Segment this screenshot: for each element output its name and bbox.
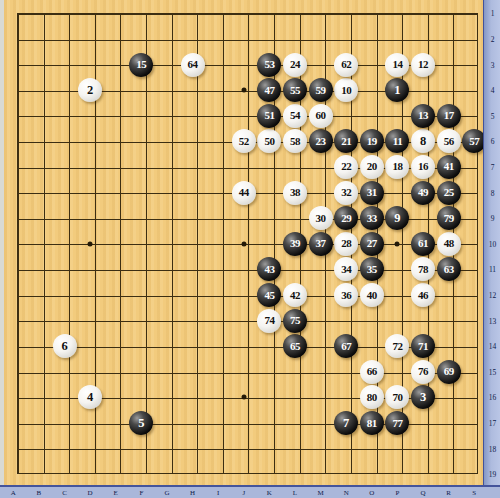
stone-white-16: 16 <box>411 155 435 179</box>
stone-black-15: 15 <box>129 53 153 77</box>
col-label-S: S <box>467 489 481 497</box>
col-label-L: L <box>288 489 302 497</box>
stone-white-76: 76 <box>411 360 435 384</box>
stone-black-51: 51 <box>257 104 281 128</box>
stone-white-52: 52 <box>232 129 256 153</box>
stone-black-25: 25 <box>437 181 461 205</box>
row-label-17: 17 <box>484 419 500 428</box>
move-number: 55 <box>290 85 300 96</box>
stone-white-72: 72 <box>385 334 409 358</box>
col-label-H: H <box>186 489 200 497</box>
stone-black-19: 19 <box>360 129 384 153</box>
row-label-18: 18 <box>484 444 500 453</box>
stone-black-29: 29 <box>334 206 358 230</box>
move-number: 15 <box>136 59 146 70</box>
go-kifu-diagram: 1234567891011121314151617181920212223242… <box>0 0 500 498</box>
move-number: 23 <box>316 136 326 147</box>
stone-white-24: 24 <box>283 53 307 77</box>
stone-white-4: 4 <box>78 385 102 409</box>
move-number: 65 <box>290 341 300 352</box>
stone-white-30: 30 <box>309 206 333 230</box>
move-number: 77 <box>392 418 402 429</box>
col-label-C: C <box>58 489 72 497</box>
stone-black-5: 5 <box>129 411 153 435</box>
col-label-G: G <box>160 489 174 497</box>
stone-black-9: 9 <box>385 206 409 230</box>
move-number: 60 <box>316 110 326 121</box>
stone-black-61: 61 <box>411 232 435 256</box>
col-label-Q: Q <box>416 489 430 497</box>
move-number: 36 <box>341 290 351 301</box>
move-number: 19 <box>367 136 377 147</box>
move-number: 28 <box>341 238 351 249</box>
row-label-3: 3 <box>484 60 500 69</box>
move-number: 12 <box>418 59 428 70</box>
col-label-K: K <box>262 489 276 497</box>
stone-black-31: 31 <box>360 181 384 205</box>
move-number: 50 <box>264 136 274 147</box>
stone-white-70: 70 <box>385 385 409 409</box>
stone-black-59: 59 <box>309 78 333 102</box>
stone-white-28: 28 <box>334 232 358 256</box>
stone-white-42: 42 <box>283 283 307 307</box>
row-label-4: 4 <box>484 86 500 95</box>
col-label-P: P <box>390 489 404 497</box>
move-number: 16 <box>418 161 428 172</box>
move-number: 2 <box>87 84 93 97</box>
move-number: 70 <box>392 392 402 403</box>
move-number: 13 <box>418 110 428 121</box>
stone-white-6: 6 <box>53 334 77 358</box>
stone-white-32: 32 <box>334 181 358 205</box>
move-number: 67 <box>341 341 351 352</box>
stone-white-62: 62 <box>334 53 358 77</box>
stone-white-34: 34 <box>334 257 358 281</box>
stone-white-2: 2 <box>78 78 102 102</box>
stone-black-35: 35 <box>360 257 384 281</box>
move-number: 9 <box>394 212 400 225</box>
move-number: 29 <box>341 213 351 224</box>
stone-black-43: 43 <box>257 257 281 281</box>
move-number: 62 <box>341 59 351 70</box>
move-number: 39 <box>290 238 300 249</box>
stone-white-64: 64 <box>181 53 205 77</box>
move-number: 57 <box>469 136 479 147</box>
move-number: 78 <box>418 264 428 275</box>
col-label-N: N <box>339 489 353 497</box>
stone-white-40: 40 <box>360 283 384 307</box>
stone-black-3: 3 <box>411 385 435 409</box>
col-label-O: O <box>365 489 379 497</box>
stone-black-39: 39 <box>283 232 307 256</box>
row-coordinate-strip: 12345678910111213141516171819 <box>483 0 500 498</box>
move-number: 24 <box>290 59 300 70</box>
stone-white-60: 60 <box>309 104 333 128</box>
stone-white-44: 44 <box>232 181 256 205</box>
move-number: 74 <box>264 315 274 326</box>
stone-black-63: 63 <box>437 257 461 281</box>
move-number: 38 <box>290 187 300 198</box>
move-number: 63 <box>444 264 454 275</box>
move-number: 4 <box>87 391 93 404</box>
move-number: 27 <box>367 238 377 249</box>
row-label-7: 7 <box>484 162 500 171</box>
move-number: 34 <box>341 264 351 275</box>
stone-black-7: 7 <box>334 411 358 435</box>
col-label-M: M <box>314 489 328 497</box>
stone-black-65: 65 <box>283 334 307 358</box>
move-number: 14 <box>392 59 402 70</box>
stones-layer: 1234567891011121314151617181920212223242… <box>1 1 488 488</box>
stone-white-48: 48 <box>437 232 461 256</box>
move-number: 32 <box>341 187 351 198</box>
move-number: 20 <box>367 161 377 172</box>
row-label-6: 6 <box>484 137 500 146</box>
move-number: 43 <box>264 264 274 275</box>
stone-white-8: 8 <box>411 129 435 153</box>
stone-white-50: 50 <box>257 129 281 153</box>
stone-white-18: 18 <box>385 155 409 179</box>
move-number: 56 <box>444 136 454 147</box>
stone-black-55: 55 <box>283 78 307 102</box>
row-label-11: 11 <box>484 265 500 274</box>
move-number: 46 <box>418 290 428 301</box>
col-label-D: D <box>83 489 97 497</box>
move-number: 59 <box>316 85 326 96</box>
stone-black-1: 1 <box>385 78 409 102</box>
col-label-I: I <box>211 489 225 497</box>
move-number: 37 <box>316 238 326 249</box>
move-number: 53 <box>264 59 274 70</box>
move-number: 76 <box>418 366 428 377</box>
row-label-13: 13 <box>484 316 500 325</box>
move-number: 30 <box>316 213 326 224</box>
move-number: 48 <box>444 238 454 249</box>
stone-white-66: 66 <box>360 360 384 384</box>
move-number: 64 <box>188 59 198 70</box>
move-number: 7 <box>343 417 349 430</box>
stone-white-78: 78 <box>411 257 435 281</box>
row-label-9: 9 <box>484 214 500 223</box>
stone-white-20: 20 <box>360 155 384 179</box>
move-number: 5 <box>138 417 144 430</box>
move-number: 6 <box>61 340 67 353</box>
move-number: 18 <box>392 161 402 172</box>
stone-black-41: 41 <box>437 155 461 179</box>
stone-black-53: 53 <box>257 53 281 77</box>
move-number: 66 <box>367 366 377 377</box>
col-label-R: R <box>442 489 456 497</box>
stone-black-67: 67 <box>334 334 358 358</box>
stone-black-11: 11 <box>385 129 409 153</box>
move-number: 45 <box>264 290 274 301</box>
move-number: 61 <box>418 238 428 249</box>
move-number: 42 <box>290 290 300 301</box>
stone-black-37: 37 <box>309 232 333 256</box>
stone-white-46: 46 <box>411 283 435 307</box>
stone-white-14: 14 <box>385 53 409 77</box>
stone-white-12: 12 <box>411 53 435 77</box>
stone-black-47: 47 <box>257 78 281 102</box>
move-number: 80 <box>367 392 377 403</box>
row-label-15: 15 <box>484 367 500 376</box>
stone-black-27: 27 <box>360 232 384 256</box>
stone-black-13: 13 <box>411 104 435 128</box>
stone-white-58: 58 <box>283 129 307 153</box>
move-number: 40 <box>367 290 377 301</box>
col-label-E: E <box>109 489 123 497</box>
stone-black-71: 71 <box>411 334 435 358</box>
stone-black-17: 17 <box>437 104 461 128</box>
col-label-J: J <box>237 489 251 497</box>
move-number: 51 <box>264 110 274 121</box>
col-label-B: B <box>32 489 46 497</box>
col-label-F: F <box>134 489 148 497</box>
stone-black-21: 21 <box>334 129 358 153</box>
move-number: 33 <box>367 213 377 224</box>
move-number: 52 <box>239 136 249 147</box>
move-number: 22 <box>341 161 351 172</box>
move-number: 54 <box>290 110 300 121</box>
move-number: 69 <box>444 366 454 377</box>
stone-white-54: 54 <box>283 104 307 128</box>
move-number: 3 <box>420 391 426 404</box>
stone-white-38: 38 <box>283 181 307 205</box>
stone-black-45: 45 <box>257 283 281 307</box>
row-label-5: 5 <box>484 111 500 120</box>
stone-black-33: 33 <box>360 206 384 230</box>
stone-black-49: 49 <box>411 181 435 205</box>
stone-black-77: 77 <box>385 411 409 435</box>
move-number: 79 <box>444 213 454 224</box>
stone-black-79: 79 <box>437 206 461 230</box>
stone-black-23: 23 <box>309 129 333 153</box>
move-number: 11 <box>393 136 402 147</box>
move-number: 44 <box>239 187 249 198</box>
move-number: 1 <box>394 84 400 97</box>
move-number: 71 <box>418 341 428 352</box>
row-label-1: 1 <box>484 9 500 18</box>
stone-white-22: 22 <box>334 155 358 179</box>
row-label-14: 14 <box>484 342 500 351</box>
move-number: 31 <box>367 187 377 198</box>
stone-black-69: 69 <box>437 360 461 384</box>
move-number: 10 <box>341 85 351 96</box>
row-label-10: 10 <box>484 239 500 248</box>
move-number: 72 <box>392 341 402 352</box>
column-coordinate-strip: ABCDEFGHIJKLMNOPQRS <box>0 485 500 498</box>
row-label-19: 19 <box>484 470 500 479</box>
move-number: 58 <box>290 136 300 147</box>
move-number: 47 <box>264 85 274 96</box>
stone-black-81: 81 <box>360 411 384 435</box>
move-number: 75 <box>290 315 300 326</box>
move-number: 21 <box>341 136 351 147</box>
move-number: 41 <box>444 161 454 172</box>
row-label-12: 12 <box>484 291 500 300</box>
row-label-8: 8 <box>484 188 500 197</box>
move-number: 81 <box>367 418 377 429</box>
move-number: 35 <box>367 264 377 275</box>
move-number: 17 <box>444 110 454 121</box>
row-label-2: 2 <box>484 34 500 43</box>
move-number: 49 <box>418 187 428 198</box>
move-number: 25 <box>444 187 454 198</box>
stone-black-75: 75 <box>283 309 307 333</box>
stone-white-56: 56 <box>437 129 461 153</box>
stone-white-10: 10 <box>334 78 358 102</box>
stone-white-74: 74 <box>257 309 281 333</box>
stone-white-36: 36 <box>334 283 358 307</box>
row-label-16: 16 <box>484 393 500 402</box>
stone-white-80: 80 <box>360 385 384 409</box>
col-label-A: A <box>6 489 20 497</box>
move-number: 8 <box>420 135 426 148</box>
